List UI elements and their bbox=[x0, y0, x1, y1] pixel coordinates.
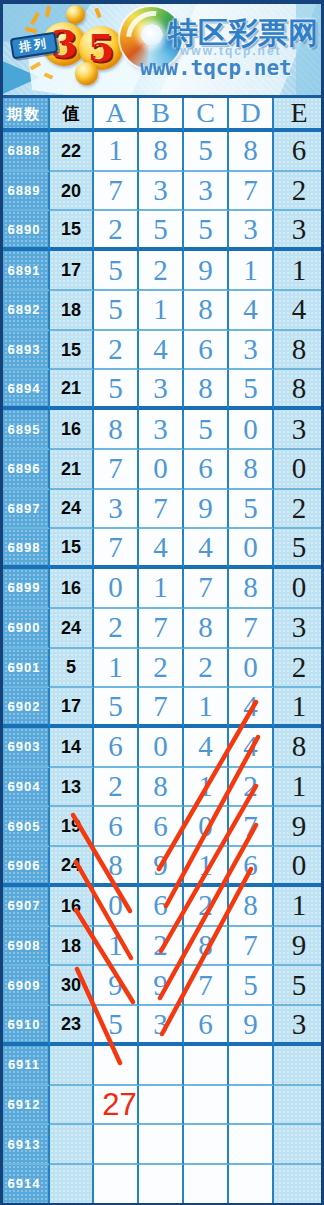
digit-cell-C: 6 bbox=[184, 331, 229, 371]
digit-cell-C: 5 bbox=[184, 410, 229, 450]
digit-cell-E: 9 bbox=[274, 927, 324, 967]
digit-cell-C: 5 bbox=[184, 211, 229, 251]
table-row-6902: 69021757141 bbox=[0, 688, 324, 728]
digit-cell-E: 8 bbox=[274, 728, 324, 768]
table-row-6911: 6911 bbox=[0, 1046, 324, 1086]
digit-cell-D: 8 bbox=[229, 887, 274, 927]
digit-cell-A: 5 bbox=[94, 291, 139, 331]
digit-cell-B: 8 bbox=[139, 132, 184, 172]
digit-cell-B: 3 bbox=[139, 172, 184, 212]
digit-cell-C: 8 bbox=[184, 291, 229, 331]
digit-cell-B: 2 bbox=[139, 251, 184, 291]
digit-cell-B: 9 bbox=[139, 847, 184, 887]
digit-cell-C: 6 bbox=[184, 1006, 229, 1046]
period-cell: 6899 bbox=[0, 569, 50, 609]
table-row-6913: 6913 bbox=[0, 1125, 324, 1165]
period-cell: 6896 bbox=[0, 450, 50, 490]
digit-cell-E: 1 bbox=[274, 251, 324, 291]
digit-cell-C bbox=[184, 1046, 229, 1086]
digit-cell-C: 8 bbox=[184, 927, 229, 967]
digit-cell-B: 0 bbox=[139, 450, 184, 490]
period-cell: 6892 bbox=[0, 291, 50, 331]
digit-cell-A: 1 bbox=[94, 132, 139, 172]
period-cell: 6912 bbox=[0, 1086, 50, 1126]
header-col-B: B bbox=[139, 98, 184, 132]
lottery-trend-chart-page: 排列 3 5 特区彩票网 www.tqcp.net www.tqcp.net 期… bbox=[0, 0, 324, 1205]
digit-cell-E: 0 bbox=[274, 847, 324, 887]
header-col-E: E bbox=[274, 98, 324, 132]
digit-cell-A: 8 bbox=[94, 847, 139, 887]
period-cell: 6888 bbox=[0, 132, 50, 172]
table-row-6912: 6912 bbox=[0, 1086, 324, 1126]
digit-cell-C: 1 bbox=[184, 768, 229, 808]
period-cell: 6913 bbox=[0, 1125, 50, 1165]
digit-cell-A: 2 bbox=[94, 609, 139, 649]
digit-cell-A: 9 bbox=[94, 966, 139, 1006]
value-cell: 15 bbox=[50, 211, 94, 251]
value-cell: 16 bbox=[50, 887, 94, 927]
value-cell: 22 bbox=[50, 132, 94, 172]
digit-cell-B: 2 bbox=[139, 927, 184, 967]
digit-cell-D: 0 bbox=[229, 529, 274, 569]
digit-cell-D bbox=[229, 1086, 274, 1126]
table-row-6906: 69062489160 bbox=[0, 847, 324, 887]
header-col-C: C bbox=[184, 98, 229, 132]
digit-cell-B: 8 bbox=[139, 768, 184, 808]
header-col-A: A bbox=[94, 98, 139, 132]
digit-cell-B: 7 bbox=[139, 609, 184, 649]
digit-cell-E: 5 bbox=[274, 966, 324, 1006]
digit-cell-B bbox=[139, 1046, 184, 1086]
digit-cell-B: 3 bbox=[139, 410, 184, 450]
value-cell: 5 bbox=[50, 649, 94, 689]
digit-cell-E: 1 bbox=[274, 688, 324, 728]
digit-cell-D bbox=[229, 1165, 274, 1205]
digit-cell-C: 0 bbox=[184, 807, 229, 847]
period-cell: 6900 bbox=[0, 609, 50, 649]
digit-cell-E: 2 bbox=[274, 649, 324, 689]
digit-cell-D bbox=[229, 1125, 274, 1165]
digit-cell-A: 7 bbox=[94, 172, 139, 212]
ball-number: 5 bbox=[88, 29, 114, 67]
period-cell: 6905 bbox=[0, 807, 50, 847]
value-cell: 15 bbox=[50, 331, 94, 371]
digit-cell-C: 9 bbox=[184, 490, 229, 530]
digit-cell-B: 1 bbox=[139, 569, 184, 609]
value-cell: 19 bbox=[50, 807, 94, 847]
digit-cell-B bbox=[139, 1125, 184, 1165]
table-row-6904: 69041328121 bbox=[0, 768, 324, 808]
period-cell: 6894 bbox=[0, 370, 50, 410]
table-row-6909: 69093099755 bbox=[0, 966, 324, 1006]
table-row-6889: 68892073372 bbox=[0, 172, 324, 212]
value-cell: 21 bbox=[50, 370, 94, 410]
digit-cell-A: 1 bbox=[94, 927, 139, 967]
table-row-6901: 6901512202 bbox=[0, 649, 324, 689]
digit-cell-D: 8 bbox=[229, 569, 274, 609]
digit-cell-D: 3 bbox=[229, 331, 274, 371]
period-cell: 6904 bbox=[0, 768, 50, 808]
digit-cell-C: 8 bbox=[184, 370, 229, 410]
digit-cell-A: 5 bbox=[94, 688, 139, 728]
digit-cell-E: 3 bbox=[274, 410, 324, 450]
trend-table: 期数 值 A B C D E 6888221858668892073372689… bbox=[0, 95, 324, 1205]
period-cell: 6891 bbox=[0, 251, 50, 291]
value-cell: 15 bbox=[50, 529, 94, 569]
small-ball-icon bbox=[75, 62, 98, 85]
digit-cell-E: 3 bbox=[274, 211, 324, 251]
value-cell: 21 bbox=[50, 450, 94, 490]
digit-cell-A: 5 bbox=[94, 370, 139, 410]
digit-cell-A: 7 bbox=[94, 450, 139, 490]
table-row-6914: 6914 bbox=[0, 1165, 324, 1205]
digit-cell-E bbox=[274, 1086, 324, 1126]
digit-cell-D: 6 bbox=[229, 847, 274, 887]
digit-cell-A: 8 bbox=[94, 410, 139, 450]
digit-cell-D: 0 bbox=[229, 410, 274, 450]
digit-cell-A: 7 bbox=[94, 529, 139, 569]
digit-cell-B bbox=[139, 1165, 184, 1205]
digit-cell-C: 9 bbox=[184, 251, 229, 291]
digit-cell-B: 3 bbox=[139, 1006, 184, 1046]
digit-cell-A: 1 bbox=[94, 649, 139, 689]
digit-cell-A: 2 bbox=[94, 768, 139, 808]
value-cell: 24 bbox=[50, 847, 94, 887]
value-cell: 23 bbox=[50, 1006, 94, 1046]
digit-cell-E bbox=[274, 1125, 324, 1165]
digit-cell-C: 4 bbox=[184, 728, 229, 768]
digit-cell-E: 3 bbox=[274, 609, 324, 649]
value-cell bbox=[50, 1086, 94, 1126]
period-cell: 6890 bbox=[0, 211, 50, 251]
table-row-6892: 68921851844 bbox=[0, 291, 324, 331]
table-row-6890: 68901525533 bbox=[0, 211, 324, 251]
table-row-6895: 68951683503 bbox=[0, 410, 324, 450]
period-cell: 6895 bbox=[0, 410, 50, 450]
table-row-6894: 68942153858 bbox=[0, 370, 324, 410]
digit-cell-C: 7 bbox=[184, 966, 229, 1006]
digit-cell-E: 2 bbox=[274, 172, 324, 212]
header-col-D: D bbox=[229, 98, 274, 132]
table-row-6910: 69102353693 bbox=[0, 1006, 324, 1046]
table-row-6907: 69071606281 bbox=[0, 887, 324, 927]
digit-cell-A: 2 bbox=[94, 211, 139, 251]
value-cell: 16 bbox=[50, 569, 94, 609]
period-cell: 6911 bbox=[0, 1046, 50, 1086]
digit-cell-A bbox=[94, 1165, 139, 1205]
digit-cell-D: 4 bbox=[229, 688, 274, 728]
digit-cell-D: 5 bbox=[229, 490, 274, 530]
digit-cell-D: 4 bbox=[229, 728, 274, 768]
value-cell: 14 bbox=[50, 728, 94, 768]
value-cell bbox=[50, 1165, 94, 1205]
digit-cell-D bbox=[229, 1046, 274, 1086]
period-cell: 6910 bbox=[0, 1006, 50, 1046]
digit-cell-E bbox=[274, 1046, 324, 1086]
digit-cell-D: 0 bbox=[229, 649, 274, 689]
value-cell: 17 bbox=[50, 688, 94, 728]
digit-cell-C: 6 bbox=[184, 450, 229, 490]
table-row-6888: 68882218586 bbox=[0, 132, 324, 172]
period-cell: 6897 bbox=[0, 490, 50, 530]
sparkle-ray-icon bbox=[94, 8, 101, 19]
table-row-6900: 69002427873 bbox=[0, 609, 324, 649]
digit-cell-E: 8 bbox=[274, 331, 324, 371]
digit-cell-E: 1 bbox=[274, 887, 324, 927]
site-url: www.tqcp.net bbox=[140, 56, 292, 80]
digit-cell-D: 7 bbox=[229, 807, 274, 847]
predicted-value: 27 bbox=[97, 1087, 142, 1123]
digit-cell-B: 3 bbox=[139, 370, 184, 410]
period-cell: 6898 bbox=[0, 529, 50, 569]
value-cell bbox=[50, 1125, 94, 1165]
table-body: 6888221858668892073372689015255336891175… bbox=[0, 132, 324, 1205]
value-cell: 30 bbox=[50, 966, 94, 1006]
digit-cell-E: 6 bbox=[274, 132, 324, 172]
digit-cell-B: 0 bbox=[139, 728, 184, 768]
digit-cell-C: 3 bbox=[184, 172, 229, 212]
digit-cell-C: 7 bbox=[184, 569, 229, 609]
table-row-6898: 68981574405 bbox=[0, 529, 324, 569]
digit-cell-E: 1 bbox=[274, 768, 324, 808]
digit-cell-D: 3 bbox=[229, 211, 274, 251]
period-cell: 6906 bbox=[0, 847, 50, 887]
digit-cell-B: 7 bbox=[139, 490, 184, 530]
table-header-row: 期数 值 A B C D E bbox=[0, 98, 324, 132]
digit-cell-B bbox=[139, 1086, 184, 1126]
digit-cell-B: 7 bbox=[139, 688, 184, 728]
period-cell: 6914 bbox=[0, 1165, 50, 1205]
header-value: 值 bbox=[50, 98, 94, 132]
table-row-6908: 69081812879 bbox=[0, 927, 324, 967]
value-cell bbox=[50, 1046, 94, 1086]
digit-cell-E: 8 bbox=[274, 370, 324, 410]
digit-cell-C bbox=[184, 1086, 229, 1126]
table-row-6899: 68991601780 bbox=[0, 569, 324, 609]
digit-cell-B: 4 bbox=[139, 529, 184, 569]
digit-cell-D: 8 bbox=[229, 132, 274, 172]
digit-cell-C: 2 bbox=[184, 887, 229, 927]
table-row-6896: 68962170680 bbox=[0, 450, 324, 490]
digit-cell-A: 6 bbox=[94, 807, 139, 847]
digit-cell-E: 4 bbox=[274, 291, 324, 331]
digit-cell-B: 4 bbox=[139, 331, 184, 371]
digit-cell-E: 2 bbox=[274, 490, 324, 530]
swirl-core bbox=[141, 24, 163, 46]
digit-cell-D: 7 bbox=[229, 927, 274, 967]
period-cell: 6908 bbox=[0, 927, 50, 967]
period-cell: 6909 bbox=[0, 966, 50, 1006]
digit-cell-D: 5 bbox=[229, 370, 274, 410]
table-row-6897: 68972437952 bbox=[0, 490, 324, 530]
digit-cell-C: 1 bbox=[184, 847, 229, 887]
digit-cell-B: 6 bbox=[139, 887, 184, 927]
digit-cell-C: 2 bbox=[184, 649, 229, 689]
digit-cell-D: 7 bbox=[229, 172, 274, 212]
digit-cell-C: 5 bbox=[184, 132, 229, 172]
digit-cell-A: 3 bbox=[94, 490, 139, 530]
digit-cell-D: 4 bbox=[229, 291, 274, 331]
table-row-6891: 68911752911 bbox=[0, 251, 324, 291]
digit-cell-A: 2 bbox=[94, 331, 139, 371]
header-period: 期数 bbox=[0, 98, 50, 132]
digit-cell-A: 6 bbox=[94, 728, 139, 768]
digit-cell-A bbox=[94, 1125, 139, 1165]
digit-cell-D: 7 bbox=[229, 609, 274, 649]
table-row-6905: 69051966079 bbox=[0, 807, 324, 847]
digit-cell-D: 9 bbox=[229, 1006, 274, 1046]
digit-cell-A: 0 bbox=[94, 887, 139, 927]
digit-cell-E bbox=[274, 1165, 324, 1205]
digit-cell-B: 9 bbox=[139, 966, 184, 1006]
period-cell: 6893 bbox=[0, 331, 50, 371]
site-banner: 排列 3 5 特区彩票网 www.tqcp.net www.tqcp.net bbox=[0, 0, 324, 95]
table-row-6903: 69031460448 bbox=[0, 728, 324, 768]
digit-cell-A: 5 bbox=[94, 1006, 139, 1046]
digit-cell-B: 2 bbox=[139, 649, 184, 689]
digit-cell-B: 1 bbox=[139, 291, 184, 331]
digit-cell-C: 1 bbox=[184, 688, 229, 728]
digit-cell-D: 5 bbox=[229, 966, 274, 1006]
digit-cell-D: 2 bbox=[229, 768, 274, 808]
digit-cell-C bbox=[184, 1165, 229, 1205]
digit-cell-D: 8 bbox=[229, 450, 274, 490]
digit-cell-E: 5 bbox=[274, 529, 324, 569]
digit-cell-B: 6 bbox=[139, 807, 184, 847]
table-row-6893: 68931524638 bbox=[0, 331, 324, 371]
period-cell: 6902 bbox=[0, 688, 50, 728]
period-cell: 6903 bbox=[0, 728, 50, 768]
digit-cell-B: 5 bbox=[139, 211, 184, 251]
digit-cell-E: 9 bbox=[274, 807, 324, 847]
value-cell: 20 bbox=[50, 172, 94, 212]
digit-cell-A bbox=[94, 1046, 139, 1086]
period-cell: 6907 bbox=[0, 887, 50, 927]
digit-cell-A: 0 bbox=[94, 569, 139, 609]
value-cell: 16 bbox=[50, 410, 94, 450]
digit-cell-C: 8 bbox=[184, 609, 229, 649]
digit-cell-C bbox=[184, 1125, 229, 1165]
value-cell: 24 bbox=[50, 609, 94, 649]
value-cell: 18 bbox=[50, 927, 94, 967]
value-cell: 24 bbox=[50, 490, 94, 530]
value-cell: 18 bbox=[50, 291, 94, 331]
digit-cell-E: 3 bbox=[274, 1006, 324, 1046]
value-cell: 13 bbox=[50, 768, 94, 808]
digit-cell-A: 5 bbox=[94, 251, 139, 291]
period-cell: 6901 bbox=[0, 649, 50, 689]
digit-cell-C: 4 bbox=[184, 529, 229, 569]
digit-cell-D: 1 bbox=[229, 251, 274, 291]
value-cell: 17 bbox=[50, 251, 94, 291]
digit-cell-E: 0 bbox=[274, 569, 324, 609]
digit-cell-E: 0 bbox=[274, 450, 324, 490]
period-cell: 6889 bbox=[0, 172, 50, 212]
